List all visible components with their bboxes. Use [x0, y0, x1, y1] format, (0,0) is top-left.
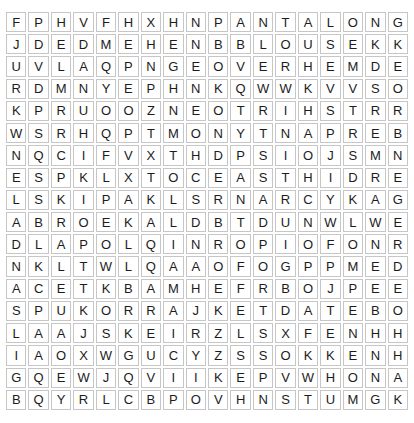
grid-cell-r8c6[interactable]: X [118, 168, 138, 188]
grid-cell-r2c14[interactable]: U [298, 34, 318, 54]
grid-cell-r8c4[interactable]: K [73, 168, 93, 188]
grid-cell-r12c11[interactable]: F [230, 256, 250, 276]
grid-cell-r10c17[interactable]: W [365, 212, 385, 232]
grid-cell-r10c18[interactable]: E [388, 212, 408, 232]
grid-cell-r5c11[interactable]: T [230, 101, 250, 121]
grid-cell-r12c4[interactable]: T [73, 256, 93, 276]
grid-cell-r13c5[interactable]: K [96, 279, 116, 299]
grid-cell-r7c16[interactable]: S [343, 145, 363, 165]
grid-cell-r13c2[interactable]: C [28, 279, 48, 299]
grid-cell-r9c18[interactable]: G [388, 190, 408, 210]
grid-cell-r11c2[interactable]: L [28, 234, 48, 254]
grid-cell-r15c2[interactable]: A [28, 323, 48, 343]
grid-cell-r9c11[interactable]: N [230, 190, 250, 210]
grid-cell-r14c6[interactable]: R [118, 301, 138, 321]
grid-cell-r9c16[interactable]: K [343, 190, 363, 210]
grid-cell-r15c7[interactable]: E [141, 323, 161, 343]
grid-cell-r4c7[interactable]: P [141, 79, 161, 99]
grid-cell-r9c14[interactable]: C [298, 190, 318, 210]
grid-cell-r9c12[interactable]: A [253, 190, 273, 210]
grid-cell-r5c1[interactable]: K [6, 101, 26, 121]
grid-cell-r7c7[interactable]: X [141, 145, 161, 165]
grid-cell-r8c15[interactable]: I [320, 168, 340, 188]
grid-cell-r16c13[interactable]: O [275, 345, 295, 365]
grid-cell-r6c3[interactable]: R [51, 123, 71, 143]
grid-cell-r2c1[interactable]: J [6, 34, 26, 54]
grid-cell-r17c5[interactable]: J [96, 368, 116, 388]
grid-cell-r15c8[interactable]: I [163, 323, 183, 343]
grid-cell-r5c12[interactable]: R [253, 101, 273, 121]
grid-cell-r16c16[interactable]: E [343, 345, 363, 365]
grid-cell-r2c2[interactable]: D [28, 34, 48, 54]
grid-cell-r3c17[interactable]: D [365, 56, 385, 76]
grid-cell-r1c17[interactable]: N [365, 12, 385, 32]
grid-cell-r13c15[interactable]: J [320, 279, 340, 299]
grid-cell-r2c8[interactable]: E [163, 34, 183, 54]
grid-cell-r10c16[interactable]: L [343, 212, 363, 232]
grid-cell-r17c3[interactable]: E [51, 368, 71, 388]
grid-cell-r18c10[interactable]: V [208, 390, 228, 410]
grid-cell-r13c6[interactable]: B [118, 279, 138, 299]
grid-cell-r17c8[interactable]: I [163, 368, 183, 388]
grid-cell-r18c7[interactable]: B [141, 390, 161, 410]
grid-cell-r4c15[interactable]: V [320, 79, 340, 99]
grid-cell-r15c5[interactable]: S [96, 323, 116, 343]
grid-cell-r4c8[interactable]: H [163, 79, 183, 99]
grid-cell-r10c12[interactable]: D [253, 212, 273, 232]
grid-cell-r7c18[interactable]: N [388, 145, 408, 165]
grid-cell-r1c8[interactable]: H [163, 12, 183, 32]
grid-cell-r14c9[interactable]: J [186, 301, 206, 321]
grid-cell-r5c15[interactable]: S [320, 101, 340, 121]
grid-cell-r1c6[interactable]: H [118, 12, 138, 32]
grid-cell-r14c3[interactable]: U [51, 301, 71, 321]
grid-cell-r13c1[interactable]: A [6, 279, 26, 299]
grid-cell-r10c8[interactable]: L [163, 212, 183, 232]
grid-cell-r1c12[interactable]: N [253, 12, 273, 32]
grid-cell-r11c15[interactable]: F [320, 234, 340, 254]
grid-cell-r14c17[interactable]: B [365, 301, 385, 321]
grid-cell-r7c8[interactable]: T [163, 145, 183, 165]
grid-cell-r18c14[interactable]: T [298, 390, 318, 410]
grid-cell-r15c16[interactable]: N [343, 323, 363, 343]
grid-cell-r2c16[interactable]: E [343, 34, 363, 54]
grid-cell-r14c15[interactable]: T [320, 301, 340, 321]
grid-cell-r3c18[interactable]: E [388, 56, 408, 76]
grid-cell-r18c16[interactable]: M [343, 390, 363, 410]
grid-cell-r8c5[interactable]: L [96, 168, 116, 188]
grid-cell-r10c11[interactable]: T [230, 212, 250, 232]
grid-cell-r13c8[interactable]: M [163, 279, 183, 299]
grid-cell-r11c12[interactable]: P [253, 234, 273, 254]
grid-cell-r4c17[interactable]: S [365, 79, 385, 99]
grid-cell-r18c8[interactable]: P [163, 390, 183, 410]
grid-cell-r8c18[interactable]: E [388, 168, 408, 188]
grid-cell-r12c6[interactable]: L [118, 256, 138, 276]
grid-cell-r1c5[interactable]: F [96, 12, 116, 32]
grid-cell-r18c5[interactable]: L [96, 390, 116, 410]
grid-cell-r6c7[interactable]: T [141, 123, 161, 143]
grid-cell-r13c12[interactable]: R [253, 279, 273, 299]
grid-cell-r16c14[interactable]: K [298, 345, 318, 365]
grid-cell-r17c2[interactable]: Q [28, 368, 48, 388]
grid-cell-r3c1[interactable]: U [6, 56, 26, 76]
grid-cell-r4c1[interactable]: R [6, 79, 26, 99]
grid-cell-r2c6[interactable]: E [118, 34, 138, 54]
grid-cell-r12c12[interactable]: O [253, 256, 273, 276]
grid-cell-r17c15[interactable]: H [320, 368, 340, 388]
grid-cell-r1c15[interactable]: L [320, 12, 340, 32]
grid-cell-r4c14[interactable]: K [298, 79, 318, 99]
grid-cell-r9c8[interactable]: L [163, 190, 183, 210]
grid-cell-r4c13[interactable]: W [275, 79, 295, 99]
grid-cell-r12c10[interactable]: O [208, 256, 228, 276]
grid-cell-r8c1[interactable]: E [6, 168, 26, 188]
grid-cell-r12c17[interactable]: E [365, 256, 385, 276]
grid-cell-r17c16[interactable]: O [343, 368, 363, 388]
grid-cell-r3c5[interactable]: Q [96, 56, 116, 76]
grid-cell-r6c9[interactable]: O [186, 123, 206, 143]
grid-cell-r17c11[interactable]: E [230, 368, 250, 388]
grid-cell-r14c13[interactable]: D [275, 301, 295, 321]
grid-cell-r5c3[interactable]: R [51, 101, 71, 121]
grid-cell-r17c6[interactable]: Q [118, 368, 138, 388]
grid-cell-r13c7[interactable]: A [141, 279, 161, 299]
grid-cell-r13c16[interactable]: P [343, 279, 363, 299]
grid-cell-r11c18[interactable]: R [388, 234, 408, 254]
grid-cell-r6c15[interactable]: P [320, 123, 340, 143]
grid-cell-r7c15[interactable]: J [320, 145, 340, 165]
grid-cell-r11c6[interactable]: L [118, 234, 138, 254]
grid-cell-r16c6[interactable]: G [118, 345, 138, 365]
grid-cell-r18c3[interactable]: Y [51, 390, 71, 410]
grid-cell-r9c10[interactable]: R [208, 190, 228, 210]
grid-cell-r12c3[interactable]: L [51, 256, 71, 276]
grid-cell-r10c13[interactable]: U [275, 212, 295, 232]
grid-cell-r15c15[interactable]: E [320, 323, 340, 343]
grid-cell-r6c6[interactable]: P [118, 123, 138, 143]
grid-cell-r4c10[interactable]: K [208, 79, 228, 99]
grid-cell-r6c4[interactable]: H [73, 123, 93, 143]
grid-cell-r17c13[interactable]: V [275, 368, 295, 388]
grid-cell-r12c18[interactable]: D [388, 256, 408, 276]
grid-cell-r14c7[interactable]: R [141, 301, 161, 321]
grid-cell-r7c4[interactable]: I [73, 145, 93, 165]
grid-cell-r10c15[interactable]: W [320, 212, 340, 232]
grid-cell-r17c4[interactable]: W [73, 368, 93, 388]
grid-cell-r11c17[interactable]: N [365, 234, 385, 254]
grid-cell-r2c5[interactable]: M [96, 34, 116, 54]
grid-cell-r7c10[interactable]: D [208, 145, 228, 165]
grid-cell-r11c7[interactable]: Q [141, 234, 161, 254]
grid-cell-r3c13[interactable]: R [275, 56, 295, 76]
grid-cell-r5c10[interactable]: O [208, 101, 228, 121]
grid-cell-r2c9[interactable]: N [186, 34, 206, 54]
grid-cell-r10c9[interactable]: D [186, 212, 206, 232]
grid-cell-r3c11[interactable]: V [230, 56, 250, 76]
grid-cell-r12c2[interactable]: K [28, 256, 48, 276]
grid-cell-r16c15[interactable]: K [320, 345, 340, 365]
grid-cell-r14c1[interactable]: S [6, 301, 26, 321]
grid-cell-r7c2[interactable]: Q [28, 145, 48, 165]
grid-cell-r3c4[interactable]: A [73, 56, 93, 76]
grid-cell-r14c14[interactable]: A [298, 301, 318, 321]
grid-cell-r14c5[interactable]: O [96, 301, 116, 321]
grid-cell-r2c18[interactable]: K [388, 34, 408, 54]
grid-cell-r6c18[interactable]: B [388, 123, 408, 143]
grid-cell-r16c12[interactable]: S [253, 345, 273, 365]
grid-cell-r16c3[interactable]: O [51, 345, 71, 365]
grid-cell-r15c10[interactable]: Z [208, 323, 228, 343]
grid-cell-r13c17[interactable]: E [365, 279, 385, 299]
grid-cell-r8c8[interactable]: O [163, 168, 183, 188]
grid-cell-r4c11[interactable]: Q [230, 79, 250, 99]
grid-cell-r8c12[interactable]: S [253, 168, 273, 188]
grid-cell-r7c11[interactable]: P [230, 145, 250, 165]
grid-cell-r16c8[interactable]: C [163, 345, 183, 365]
grid-cell-r5c2[interactable]: P [28, 101, 48, 121]
grid-cell-r7c9[interactable]: H [186, 145, 206, 165]
grid-cell-r1c3[interactable]: H [51, 12, 71, 32]
grid-cell-r16c17[interactable]: N [365, 345, 385, 365]
grid-cell-r14c2[interactable]: P [28, 301, 48, 321]
grid-cell-r4c16[interactable]: V [343, 79, 363, 99]
grid-cell-r17c12[interactable]: P [253, 368, 273, 388]
grid-cell-r9c4[interactable]: I [73, 190, 93, 210]
grid-cell-r7c6[interactable]: V [118, 145, 138, 165]
grid-cell-r15c9[interactable]: R [186, 323, 206, 343]
grid-cell-r1c10[interactable]: P [208, 12, 228, 32]
grid-cell-r9c17[interactable]: A [365, 190, 385, 210]
grid-cell-r12c16[interactable]: M [343, 256, 363, 276]
grid-cell-r12c5[interactable]: W [96, 256, 116, 276]
grid-cell-r14c10[interactable]: K [208, 301, 228, 321]
grid-cell-r3c3[interactable]: L [51, 56, 71, 76]
grid-cell-r11c4[interactable]: P [73, 234, 93, 254]
grid-cell-r13c9[interactable]: H [186, 279, 206, 299]
grid-cell-r1c1[interactable]: F [6, 12, 26, 32]
grid-cell-r17c9[interactable]: I [186, 368, 206, 388]
grid-cell-r5c9[interactable]: E [186, 101, 206, 121]
grid-cell-r3c7[interactable]: N [141, 56, 161, 76]
grid-cell-r7c5[interactable]: F [96, 145, 116, 165]
grid-cell-r8c2[interactable]: S [28, 168, 48, 188]
grid-cell-r11c11[interactable]: O [230, 234, 250, 254]
grid-cell-r2c11[interactable]: B [230, 34, 250, 54]
grid-cell-r1c13[interactable]: T [275, 12, 295, 32]
grid-cell-r10c10[interactable]: B [208, 212, 228, 232]
grid-cell-r17c17[interactable]: N [365, 368, 385, 388]
grid-cell-r3c8[interactable]: G [163, 56, 183, 76]
grid-cell-r17c1[interactable]: G [6, 368, 26, 388]
grid-cell-r11c16[interactable]: O [343, 234, 363, 254]
grid-cell-r2c4[interactable]: D [73, 34, 93, 54]
grid-cell-r15c3[interactable]: A [51, 323, 71, 343]
grid-cell-r11c13[interactable]: I [275, 234, 295, 254]
grid-cell-r13c10[interactable]: E [208, 279, 228, 299]
grid-cell-r14c16[interactable]: E [343, 301, 363, 321]
grid-cell-r12c9[interactable]: A [186, 256, 206, 276]
grid-cell-r3c16[interactable]: M [343, 56, 363, 76]
grid-cell-r10c1[interactable]: A [6, 212, 26, 232]
grid-cell-r2c13[interactable]: O [275, 34, 295, 54]
grid-cell-r9c6[interactable]: A [118, 190, 138, 210]
grid-cell-r5c16[interactable]: T [343, 101, 363, 121]
grid-cell-r11c5[interactable]: O [96, 234, 116, 254]
grid-cell-r9c9[interactable]: S [186, 190, 206, 210]
grid-cell-r4c2[interactable]: D [28, 79, 48, 99]
grid-cell-r3c6[interactable]: P [118, 56, 138, 76]
grid-cell-r12c13[interactable]: G [275, 256, 295, 276]
grid-cell-r11c10[interactable]: R [208, 234, 228, 254]
grid-cell-r8c9[interactable]: C [186, 168, 206, 188]
grid-cell-r7c17[interactable]: M [365, 145, 385, 165]
grid-cell-r4c3[interactable]: M [51, 79, 71, 99]
grid-cell-r11c3[interactable]: A [51, 234, 71, 254]
grid-cell-r10c3[interactable]: R [51, 212, 71, 232]
grid-cell-r1c2[interactable]: P [28, 12, 48, 32]
grid-cell-r18c17[interactable]: G [365, 390, 385, 410]
grid-cell-r3c14[interactable]: H [298, 56, 318, 76]
grid-cell-r2c17[interactable]: K [365, 34, 385, 54]
grid-cell-r17c7[interactable]: V [141, 368, 161, 388]
grid-cell-r18c9[interactable]: O [186, 390, 206, 410]
grid-cell-r7c13[interactable]: I [275, 145, 295, 165]
grid-cell-r3c9[interactable]: E [186, 56, 206, 76]
grid-cell-r12c15[interactable]: P [320, 256, 340, 276]
grid-cell-r11c9[interactable]: N [186, 234, 206, 254]
grid-cell-r6c10[interactable]: N [208, 123, 228, 143]
grid-cell-r5c7[interactable]: Z [141, 101, 161, 121]
grid-cell-r10c6[interactable]: K [118, 212, 138, 232]
grid-cell-r8c13[interactable]: T [275, 168, 295, 188]
grid-cell-r18c6[interactable]: C [118, 390, 138, 410]
grid-cell-r17c14[interactable]: W [298, 368, 318, 388]
grid-cell-r3c12[interactable]: E [253, 56, 273, 76]
grid-cell-r10c4[interactable]: O [73, 212, 93, 232]
grid-cell-r2c15[interactable]: S [320, 34, 340, 54]
grid-cell-r5c18[interactable]: R [388, 101, 408, 121]
grid-cell-r16c2[interactable]: A [28, 345, 48, 365]
grid-cell-r8c17[interactable]: R [365, 168, 385, 188]
grid-cell-r6c12[interactable]: T [253, 123, 273, 143]
grid-cell-r15c17[interactable]: H [365, 323, 385, 343]
grid-cell-r13c11[interactable]: F [230, 279, 250, 299]
grid-cell-r4c6[interactable]: E [118, 79, 138, 99]
grid-cell-r8c11[interactable]: A [230, 168, 250, 188]
grid-cell-r7c14[interactable]: O [298, 145, 318, 165]
grid-cell-r7c3[interactable]: C [51, 145, 71, 165]
grid-cell-r2c3[interactable]: E [51, 34, 71, 54]
grid-cell-r16c7[interactable]: U [141, 345, 161, 365]
grid-cell-r12c7[interactable]: Q [141, 256, 161, 276]
grid-cell-r18c13[interactable]: S [275, 390, 295, 410]
grid-cell-r5c13[interactable]: I [275, 101, 295, 121]
grid-cell-r13c13[interactable]: B [275, 279, 295, 299]
grid-cell-r17c18[interactable]: A [388, 368, 408, 388]
grid-cell-r7c1[interactable]: N [6, 145, 26, 165]
grid-cell-r2c7[interactable]: H [141, 34, 161, 54]
grid-cell-r1c4[interactable]: V [73, 12, 93, 32]
grid-cell-r3c2[interactable]: V [28, 56, 48, 76]
grid-cell-r13c18[interactable]: E [388, 279, 408, 299]
grid-cell-r10c7[interactable]: A [141, 212, 161, 232]
grid-cell-r16c9[interactable]: Y [186, 345, 206, 365]
grid-cell-r1c11[interactable]: A [230, 12, 250, 32]
grid-cell-r15c13[interactable]: X [275, 323, 295, 343]
grid-cell-r5c6[interactable]: O [118, 101, 138, 121]
grid-cell-r1c18[interactable]: G [388, 12, 408, 32]
grid-cell-r18c11[interactable]: H [230, 390, 250, 410]
grid-cell-r15c18[interactable]: H [388, 323, 408, 343]
grid-cell-r10c14[interactable]: N [298, 212, 318, 232]
grid-cell-r9c13[interactable]: R [275, 190, 295, 210]
grid-cell-r6c11[interactable]: Y [230, 123, 250, 143]
grid-cell-r3c10[interactable]: O [208, 56, 228, 76]
grid-cell-r15c6[interactable]: K [118, 323, 138, 343]
grid-cell-r18c18[interactable]: K [388, 390, 408, 410]
grid-cell-r14c8[interactable]: A [163, 301, 183, 321]
grid-cell-r14c18[interactable]: O [388, 301, 408, 321]
grid-cell-r15c4[interactable]: J [73, 323, 93, 343]
grid-cell-r9c15[interactable]: Y [320, 190, 340, 210]
grid-cell-r10c2[interactable]: B [28, 212, 48, 232]
grid-cell-r1c14[interactable]: A [298, 12, 318, 32]
grid-cell-r4c4[interactable]: N [73, 79, 93, 99]
grid-cell-r9c3[interactable]: K [51, 190, 71, 210]
grid-cell-r5c17[interactable]: R [365, 101, 385, 121]
grid-cell-r13c3[interactable]: E [51, 279, 71, 299]
grid-cell-r12c8[interactable]: A [163, 256, 183, 276]
grid-cell-r14c11[interactable]: E [230, 301, 250, 321]
grid-cell-r12c1[interactable]: N [6, 256, 26, 276]
grid-cell-r11c1[interactable]: D [6, 234, 26, 254]
grid-cell-r6c16[interactable]: R [343, 123, 363, 143]
grid-cell-r18c2[interactable]: Q [28, 390, 48, 410]
grid-cell-r18c1[interactable]: B [6, 390, 26, 410]
grid-cell-r3c15[interactable]: E [320, 56, 340, 76]
grid-cell-r4c12[interactable]: W [253, 79, 273, 99]
grid-cell-r5c4[interactable]: U [73, 101, 93, 121]
grid-cell-r4c18[interactable]: O [388, 79, 408, 99]
grid-cell-r6c5[interactable]: Q [96, 123, 116, 143]
grid-cell-r2c10[interactable]: B [208, 34, 228, 54]
grid-cell-r9c7[interactable]: K [141, 190, 161, 210]
grid-cell-r16c4[interactable]: X [73, 345, 93, 365]
grid-cell-r1c16[interactable]: O [343, 12, 363, 32]
grid-cell-r9c2[interactable]: S [28, 190, 48, 210]
grid-cell-r9c1[interactable]: L [6, 190, 26, 210]
grid-cell-r14c4[interactable]: K [73, 301, 93, 321]
grid-cell-r17c10[interactable]: K [208, 368, 228, 388]
grid-cell-r6c8[interactable]: M [163, 123, 183, 143]
grid-cell-r10c5[interactable]: E [96, 212, 116, 232]
grid-cell-r16c1[interactable]: I [6, 345, 26, 365]
grid-cell-r13c14[interactable]: O [298, 279, 318, 299]
grid-cell-r16c5[interactable]: W [96, 345, 116, 365]
grid-cell-r18c12[interactable]: N [253, 390, 273, 410]
grid-cell-r11c8[interactable]: I [163, 234, 183, 254]
grid-cell-r18c4[interactable]: R [73, 390, 93, 410]
grid-cell-r14c12[interactable]: T [253, 301, 273, 321]
grid-cell-r4c5[interactable]: Y [96, 79, 116, 99]
grid-cell-r6c13[interactable]: N [275, 123, 295, 143]
grid-cell-r8c14[interactable]: H [298, 168, 318, 188]
grid-cell-r7c12[interactable]: S [253, 145, 273, 165]
grid-cell-r8c16[interactable]: D [343, 168, 363, 188]
grid-cell-r6c1[interactable]: W [6, 123, 26, 143]
grid-cell-r13c4[interactable]: T [73, 279, 93, 299]
